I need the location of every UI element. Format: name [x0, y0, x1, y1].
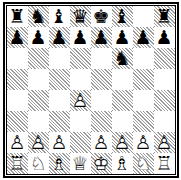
square-g6[interactable] [133, 48, 154, 69]
square-c8[interactable]: ♝ [49, 6, 70, 27]
black-pawn-piece: ♟ [92, 27, 109, 48]
square-c2[interactable]: ♙ [49, 132, 70, 153]
white-knight-piece: ♘ [29, 153, 46, 174]
square-b8[interactable]: ♞ [28, 6, 49, 27]
black-pawn-piece: ♟ [29, 27, 46, 48]
black-king-piece: ♚ [92, 6, 109, 27]
square-h6[interactable] [154, 48, 175, 69]
square-c6[interactable] [49, 48, 70, 69]
white-pawn-piece: ♙ [8, 132, 25, 153]
board-outer-border: ♜♞♝♛♚♝♜♟♟♟♟♟♟♟♟♞♙♙♙♙♙♙♙♙♖♘♗♕♔♗♘♖ [3, 2, 179, 178]
square-b5[interactable] [28, 69, 49, 90]
white-rook-piece: ♖ [155, 153, 172, 174]
square-g2[interactable]: ♙ [133, 132, 154, 153]
square-h7[interactable]: ♟ [154, 27, 175, 48]
white-knight-piece: ♘ [134, 153, 151, 174]
chess-board: ♜♞♝♛♚♝♜♟♟♟♟♟♟♟♟♞♙♙♙♙♙♙♙♙♖♘♗♕♔♗♘♖ [7, 6, 175, 174]
square-c5[interactable] [49, 69, 70, 90]
square-f1[interactable]: ♗ [112, 153, 133, 174]
square-e8[interactable]: ♚ [91, 6, 112, 27]
square-a7[interactable]: ♟ [7, 27, 28, 48]
white-pawn-piece: ♙ [155, 132, 172, 153]
square-f7[interactable]: ♟ [112, 27, 133, 48]
square-f5[interactable] [112, 69, 133, 90]
square-g1[interactable]: ♘ [133, 153, 154, 174]
square-f2[interactable]: ♙ [112, 132, 133, 153]
white-bishop-piece: ♗ [113, 153, 130, 174]
square-d4[interactable]: ♙ [70, 90, 91, 111]
square-b3[interactable] [28, 111, 49, 132]
square-c1[interactable]: ♗ [49, 153, 70, 174]
square-f8[interactable]: ♝ [112, 6, 133, 27]
square-b7[interactable]: ♟ [28, 27, 49, 48]
square-h4[interactable] [154, 90, 175, 111]
square-d8[interactable]: ♛ [70, 6, 91, 27]
square-h5[interactable] [154, 69, 175, 90]
square-h2[interactable]: ♙ [154, 132, 175, 153]
black-pawn-piece: ♟ [155, 27, 172, 48]
square-h3[interactable] [154, 111, 175, 132]
square-g4[interactable] [133, 90, 154, 111]
black-pawn-piece: ♟ [113, 27, 130, 48]
square-d3[interactable] [70, 111, 91, 132]
square-f4[interactable] [112, 90, 133, 111]
square-e3[interactable] [91, 111, 112, 132]
white-pawn-piece: ♙ [50, 132, 67, 153]
black-pawn-piece: ♟ [71, 27, 88, 48]
white-pawn-piece: ♙ [92, 132, 109, 153]
black-knight-piece: ♞ [29, 6, 46, 27]
square-e1[interactable]: ♔ [91, 153, 112, 174]
square-g3[interactable] [133, 111, 154, 132]
square-a1[interactable]: ♖ [7, 153, 28, 174]
white-rook-piece: ♖ [8, 153, 25, 174]
square-f6[interactable]: ♞ [112, 48, 133, 69]
white-pawn-piece: ♙ [134, 132, 151, 153]
square-d7[interactable]: ♟ [70, 27, 91, 48]
black-bishop-piece: ♝ [50, 6, 67, 27]
square-d1[interactable]: ♕ [70, 153, 91, 174]
square-b6[interactable] [28, 48, 49, 69]
white-pawn-piece: ♙ [71, 90, 88, 111]
white-pawn-piece: ♙ [29, 132, 46, 153]
black-rook-piece: ♜ [8, 6, 25, 27]
square-e2[interactable]: ♙ [91, 132, 112, 153]
board-inner-border: ♜♞♝♛♚♝♜♟♟♟♟♟♟♟♟♞♙♙♙♙♙♙♙♙♖♘♗♕♔♗♘♖ [6, 5, 176, 175]
square-a3[interactable] [7, 111, 28, 132]
square-e7[interactable]: ♟ [91, 27, 112, 48]
black-rook-piece: ♜ [155, 6, 172, 27]
square-a2[interactable]: ♙ [7, 132, 28, 153]
square-g5[interactable] [133, 69, 154, 90]
square-g8[interactable] [133, 6, 154, 27]
square-c3[interactable] [49, 111, 70, 132]
black-queen-piece: ♛ [71, 6, 88, 27]
square-e5[interactable] [91, 69, 112, 90]
square-b1[interactable]: ♘ [28, 153, 49, 174]
black-pawn-piece: ♟ [50, 27, 67, 48]
black-pawn-piece: ♟ [8, 27, 25, 48]
black-pawn-piece: ♟ [134, 27, 151, 48]
black-knight-piece: ♞ [113, 48, 130, 69]
white-bishop-piece: ♗ [50, 153, 67, 174]
square-a5[interactable] [7, 69, 28, 90]
square-e4[interactable] [91, 90, 112, 111]
diagram-frame: ♜♞♝♛♚♝♜♟♟♟♟♟♟♟♟♞♙♙♙♙♙♙♙♙♖♘♗♕♔♗♘♖ [0, 0, 181, 180]
square-e6[interactable] [91, 48, 112, 69]
square-c7[interactable]: ♟ [49, 27, 70, 48]
white-queen-piece: ♕ [71, 153, 88, 174]
black-bishop-piece: ♝ [113, 6, 130, 27]
square-b2[interactable]: ♙ [28, 132, 49, 153]
square-d5[interactable] [70, 69, 91, 90]
square-a4[interactable] [7, 90, 28, 111]
square-g7[interactable]: ♟ [133, 27, 154, 48]
square-a6[interactable] [7, 48, 28, 69]
square-f3[interactable] [112, 111, 133, 132]
square-d6[interactable] [70, 48, 91, 69]
square-h8[interactable]: ♜ [154, 6, 175, 27]
white-king-piece: ♔ [92, 153, 109, 174]
white-pawn-piece: ♙ [113, 132, 130, 153]
square-a8[interactable]: ♜ [7, 6, 28, 27]
square-d2[interactable] [70, 132, 91, 153]
square-h1[interactable]: ♖ [154, 153, 175, 174]
square-c4[interactable] [49, 90, 70, 111]
square-b4[interactable] [28, 90, 49, 111]
